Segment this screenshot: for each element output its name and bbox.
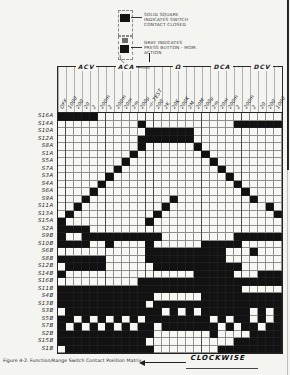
matrix-cell: [258, 143, 266, 151]
matrix-cell: [130, 263, 138, 271]
row-label-S6B: S6B: [0, 247, 53, 255]
matrix-cell: [105, 188, 114, 196]
matrix-cell: [266, 323, 274, 331]
matrix-cell: [65, 113, 74, 121]
matrix-cell: [210, 323, 218, 331]
matrix-cell: [65, 263, 74, 271]
matrix-cell: [130, 323, 138, 331]
matrix-cell: [201, 203, 210, 211]
matrix-cell: [241, 136, 250, 144]
matrix-cell: [90, 113, 98, 121]
matrix-cell: [218, 181, 226, 189]
matrix-cell: [74, 196, 82, 204]
matrix-cell: [201, 301, 210, 309]
matrix-cell: [162, 331, 170, 339]
matrix-cell: [153, 301, 162, 309]
matrix-cell: [266, 151, 274, 159]
matrix-cell: [162, 188, 170, 196]
matrix-cell: [201, 188, 210, 196]
matrix-cell: [114, 331, 122, 339]
matrix-cell: [90, 211, 98, 219]
matrix-cell: [130, 338, 138, 346]
column-group-DCA: DCA: [202, 62, 242, 71]
matrix-cell: [82, 151, 90, 159]
matrix-cell: [130, 308, 138, 316]
matrix-cell: [266, 248, 274, 256]
matrix-cell: [90, 331, 98, 339]
matrix-cell: [226, 196, 234, 204]
row-label-S8B: S8B: [0, 255, 53, 263]
matrix-cell: [170, 113, 178, 121]
matrix-cell: [186, 188, 194, 196]
row-label-S7A: S7A: [0, 165, 53, 173]
matrix-cell: [153, 113, 162, 121]
matrix-cell: [65, 196, 74, 204]
matrix-cell: [226, 233, 234, 241]
matrix-cell: [122, 113, 130, 121]
matrix-cell: [90, 143, 98, 151]
column-label: 1000: [274, 95, 286, 110]
matrix-cell: [210, 113, 218, 121]
matrix-cell: [82, 121, 90, 129]
matrix-cell: [241, 308, 250, 316]
matrix-cell: [201, 173, 210, 181]
matrix-cell: [226, 338, 234, 346]
matrix-cell: [105, 308, 114, 316]
matrix-cell: [74, 166, 82, 174]
matrix-cell: [90, 166, 98, 174]
matrix-cell: [186, 121, 194, 129]
matrix-cell: [258, 211, 266, 219]
matrix-cell: [74, 173, 82, 181]
matrix-cell: [65, 226, 74, 234]
matrix-cell: [226, 158, 234, 166]
matrix-cell: [266, 316, 274, 324]
matrix-cell: [241, 331, 250, 339]
matrix-cell: [65, 286, 74, 294]
matrix-cell: [241, 203, 250, 211]
matrix-cell: [258, 196, 266, 204]
matrix-cell: [153, 308, 162, 316]
matrix-cell: [274, 331, 282, 339]
matrix-cell: [162, 293, 170, 301]
matrix-cell: [201, 211, 210, 219]
matrix-cell: [186, 211, 194, 219]
matrix-cell: [122, 241, 130, 249]
matrix-cell: [226, 203, 234, 211]
matrix-cell: [258, 121, 266, 129]
matrix-cell: [74, 136, 82, 144]
matrix-cell: [210, 211, 218, 219]
matrix-cell: [153, 211, 162, 219]
matrix-cell: [162, 211, 170, 219]
matrix-cell: [178, 263, 186, 271]
matrix-cell: [250, 173, 258, 181]
matrix-cell: [274, 173, 282, 181]
matrix-cell: [250, 248, 258, 256]
matrix-cell: [162, 136, 170, 144]
matrix-cell: [266, 166, 274, 174]
matrix-cell: [210, 203, 218, 211]
matrix-cell: [162, 233, 170, 241]
matrix-cell: [114, 346, 122, 354]
matrix-cell: [201, 196, 210, 204]
matrix-cell: [74, 226, 82, 234]
matrix-cell: [266, 226, 274, 234]
matrix-cell: [241, 278, 250, 286]
matrix-cell: [105, 121, 114, 129]
matrix-cell: [74, 151, 82, 159]
matrix-cell: [105, 211, 114, 219]
matrix-cell: [130, 233, 138, 241]
matrix-cell: [210, 143, 218, 151]
matrix-cell: [74, 293, 82, 301]
matrix-cell: [153, 248, 162, 256]
matrix-cell: [218, 166, 226, 174]
matrix-cell: [74, 143, 82, 151]
matrix-cell: [186, 136, 194, 144]
contact-matrix-grid: [57, 112, 283, 354]
matrix-cell: [90, 241, 98, 249]
matrix-cell: [114, 263, 122, 271]
matrix-cell: [218, 113, 226, 121]
matrix-cell: [74, 331, 82, 339]
matrix-cell: [153, 263, 162, 271]
matrix-cell: [170, 226, 178, 234]
matrix-cell: [114, 308, 122, 316]
matrix-cell: [258, 271, 266, 279]
matrix-cell: [130, 301, 138, 309]
matrix-cell: [210, 218, 218, 226]
matrix-cell: [274, 128, 282, 136]
matrix-cell: [266, 196, 274, 204]
matrix-cell: [153, 136, 162, 144]
matrix-cell: [162, 173, 170, 181]
column-group-test: [58, 62, 66, 71]
matrix-cell: [122, 346, 130, 354]
matrix-cell: [65, 173, 74, 181]
matrix-cell: [258, 188, 266, 196]
matrix-cell: [250, 113, 258, 121]
matrix-cell: [65, 203, 74, 211]
matrix-cell: [65, 241, 74, 249]
matrix-cell: [274, 263, 282, 271]
matrix-cell: [114, 181, 122, 189]
matrix-cell: [186, 241, 194, 249]
row-label-S12B: S12B: [0, 262, 53, 270]
matrix-cell: [170, 188, 178, 196]
matrix-cell: [105, 218, 114, 226]
matrix-cell: [266, 338, 274, 346]
legend-text-1: SOLID SQUARE INDICATES SWITCH CONTACT CL…: [144, 12, 188, 28]
matrix-cell: [105, 173, 114, 181]
matrix-cell: [178, 256, 186, 264]
matrix-cell: [114, 151, 122, 159]
matrix-cell: [74, 256, 82, 264]
matrix-cell: [241, 233, 250, 241]
legend-leader-line-1: [131, 17, 142, 18]
matrix-cell: [241, 196, 250, 204]
matrix-cell: [178, 346, 186, 354]
matrix-cell: [74, 263, 82, 271]
matrix-cell: [186, 143, 194, 151]
matrix-cell: [122, 248, 130, 256]
matrix-cell: [170, 136, 178, 144]
matrix-cell: [241, 226, 250, 234]
matrix-cell: [178, 323, 186, 331]
row-label-S11B: S11B: [0, 285, 53, 293]
matrix-cell: [90, 121, 98, 129]
matrix-cell: [226, 181, 234, 189]
matrix-cell: [130, 286, 138, 294]
matrix-cell: [130, 203, 138, 211]
matrix-cell: [186, 331, 194, 339]
matrix-cell: [74, 113, 82, 121]
matrix-cell: [258, 151, 266, 159]
matrix-cell: [122, 181, 130, 189]
matrix-cell: [153, 158, 162, 166]
matrix-cell: [266, 136, 274, 144]
matrix-cell: [250, 346, 258, 354]
matrix-cell: [153, 286, 162, 294]
matrix-cell: [210, 346, 218, 354]
matrix-cell: [82, 308, 90, 316]
legend-solid-square-icon: [120, 14, 130, 22]
matrix-cell: [114, 316, 122, 324]
matrix-cell: [218, 188, 226, 196]
matrix-cell: [170, 308, 178, 316]
matrix-cell: [210, 173, 218, 181]
matrix-cell: [250, 136, 258, 144]
matrix-cell: [170, 173, 178, 181]
matrix-cell: [218, 121, 226, 129]
matrix-cell: [130, 196, 138, 204]
matrix-cell: [210, 271, 218, 279]
matrix-cell: [122, 121, 130, 129]
matrix-cell: [218, 331, 226, 339]
matrix-cell: [250, 211, 258, 219]
matrix-cell: [122, 128, 130, 136]
matrix-cell: [122, 203, 130, 211]
matrix-cell: [65, 136, 74, 144]
matrix-cell: [210, 196, 218, 204]
matrix-cell: [274, 143, 282, 151]
matrix-cell: [210, 248, 218, 256]
matrix-cell: [250, 338, 258, 346]
matrix-cell: [170, 128, 178, 136]
matrix-cell: [130, 256, 138, 264]
row-label-S15B: S15B: [0, 337, 53, 345]
row-label-S16B: S16B: [0, 277, 53, 285]
matrix-cell: [122, 338, 130, 346]
matrix-cell: [105, 143, 114, 151]
matrix-cell: [201, 218, 210, 226]
matrix-cell: [162, 308, 170, 316]
matrix-cell: [82, 233, 90, 241]
matrix-cell: [178, 113, 186, 121]
matrix-cell: [82, 256, 90, 264]
matrix-cell: [201, 151, 210, 159]
matrix-cell: [266, 203, 274, 211]
matrix-cell: [266, 301, 274, 309]
matrix-cell: [241, 286, 250, 294]
matrix-cell: [105, 151, 114, 159]
matrix-cell: [250, 263, 258, 271]
matrix-cell: [122, 271, 130, 279]
matrix-cell: [105, 136, 114, 144]
matrix-cell: [258, 256, 266, 264]
matrix-cell: [105, 241, 114, 249]
matrix-cell: [74, 308, 82, 316]
matrix-cell: [226, 293, 234, 301]
column-label: 2: [250, 104, 257, 110]
matrix-cell: [201, 226, 210, 234]
matrix-cell: [178, 233, 186, 241]
matrix-cell: [65, 293, 74, 301]
matrix-cell: [258, 316, 266, 324]
matrix-cell: [250, 203, 258, 211]
matrix-cell: [130, 166, 138, 174]
matrix-cell: [105, 226, 114, 234]
matrix-cell: [122, 316, 130, 324]
matrix-cell: [250, 128, 258, 136]
matrix-cell: [170, 301, 178, 309]
matrix-cell: [74, 301, 82, 309]
matrix-cell: [178, 241, 186, 249]
matrix-cell: [82, 346, 90, 354]
matrix-cell: [218, 263, 226, 271]
matrix-cell: [274, 233, 282, 241]
matrix-cell: [170, 338, 178, 346]
matrix-cell: [82, 113, 90, 121]
matrix-cell: [170, 143, 178, 151]
matrix-cell: [186, 218, 194, 226]
matrix-cell: [241, 158, 250, 166]
matrix-cell: [82, 271, 90, 279]
matrix-cell: [122, 211, 130, 219]
column-group-label: ACV: [76, 63, 97, 71]
matrix-cell: [241, 316, 250, 324]
matrix-cell: [130, 271, 138, 279]
matrix-cell: [74, 121, 82, 129]
matrix-cell: [105, 181, 114, 189]
matrix-cell: [210, 293, 218, 301]
matrix-cell: [266, 346, 274, 354]
matrix-cell: [226, 128, 234, 136]
matrix-cell: [122, 331, 130, 339]
matrix-cell: [65, 248, 74, 256]
matrix-cell: [218, 158, 226, 166]
matrix-cell: [114, 278, 122, 286]
row-label-S4A: S4A: [0, 180, 53, 188]
matrix-cell: [250, 166, 258, 174]
matrix-cell: [218, 151, 226, 159]
matrix-cell: [201, 263, 210, 271]
matrix-cell: [274, 338, 282, 346]
matrix-cell: [90, 181, 98, 189]
matrix-cell: [258, 173, 266, 181]
matrix-cell: [90, 338, 98, 346]
matrix-cell: [186, 346, 194, 354]
matrix-cell: [82, 211, 90, 219]
matrix-cell: [274, 181, 282, 189]
matrix-cell: [274, 308, 282, 316]
matrix-cell: [130, 218, 138, 226]
matrix-cell: [122, 256, 130, 264]
matrix-cell: [90, 151, 98, 159]
matrix-cell: [241, 248, 250, 256]
matrix-cell: [178, 136, 186, 144]
matrix-cell: [122, 166, 130, 174]
matrix-cell: [153, 331, 162, 339]
matrix-cell: [241, 173, 250, 181]
matrix-cell: [162, 196, 170, 204]
row-label-S5B: S5B: [0, 315, 53, 323]
matrix-cell: [226, 271, 234, 279]
matrix-cell: [226, 226, 234, 234]
matrix-cell: [226, 173, 234, 181]
matrix-cell: [250, 316, 258, 324]
matrix-cell: [274, 293, 282, 301]
matrix-cell: [250, 301, 258, 309]
matrix-cell: [178, 301, 186, 309]
matrix-cell: [65, 256, 74, 264]
matrix-cell: [74, 316, 82, 324]
matrix-cell: [178, 196, 186, 204]
legend-leader-line-2: [131, 47, 142, 48]
matrix-cell: [258, 136, 266, 144]
matrix-cell: [250, 308, 258, 316]
matrix-cell: [153, 293, 162, 301]
row-label-S6A: S6A: [0, 187, 53, 195]
matrix-cell: [218, 248, 226, 256]
matrix-cell: [162, 301, 170, 309]
matrix-cell: [122, 188, 130, 196]
matrix-cell: [250, 158, 258, 166]
matrix-cell: [201, 158, 210, 166]
matrix-cell: [274, 278, 282, 286]
matrix-cell: [210, 233, 218, 241]
matrix-cell: [82, 136, 90, 144]
diode-test-tick-icon: [149, 53, 150, 62]
matrix-cell: [250, 323, 258, 331]
matrix-cell: [153, 278, 162, 286]
matrix-cell: [250, 286, 258, 294]
matrix-cell: [258, 293, 266, 301]
matrix-cell: [114, 256, 122, 264]
matrix-cell: [90, 136, 98, 144]
matrix-cell: [162, 218, 170, 226]
matrix-cell: [162, 151, 170, 159]
matrix-cell: [130, 173, 138, 181]
matrix-cell: [274, 196, 282, 204]
matrix-cell: [218, 128, 226, 136]
matrix-cell: [250, 181, 258, 189]
matrix-cell: [170, 248, 178, 256]
matrix-cell: [241, 346, 250, 354]
matrix-cell: [274, 256, 282, 264]
matrix-cell: [170, 241, 178, 249]
matrix-cell: [201, 248, 210, 256]
matrix-cell: [90, 301, 98, 309]
matrix-cell: [178, 211, 186, 219]
matrix-cell: [153, 218, 162, 226]
matrix-cell: [153, 121, 162, 129]
matrix-cell: [226, 218, 234, 226]
row-label-S12A: S12A: [0, 135, 53, 143]
matrix-cell: [178, 293, 186, 301]
matrix-cell: [114, 286, 122, 294]
